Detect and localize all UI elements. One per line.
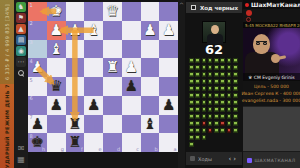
win-cell bbox=[214, 114, 219, 119]
square-d1[interactable]: ♛ bbox=[103, 2, 122, 21]
win-cell bbox=[189, 72, 194, 77]
white-bishop[interactable]: ♝ bbox=[47, 40, 66, 59]
avatar bbox=[202, 21, 226, 43]
win-cell bbox=[189, 100, 194, 105]
win-cell bbox=[220, 114, 225, 119]
win-cell bbox=[214, 100, 219, 105]
donation-line: Иван Сергеев К - 400 000 bbox=[241, 90, 300, 97]
square-a2[interactable]: ♟ bbox=[159, 21, 178, 40]
turn-indicator-bar: Ход черных bbox=[186, 2, 242, 13]
white-king[interactable]: ♚ bbox=[47, 2, 66, 21]
square-f6[interactable] bbox=[66, 96, 85, 115]
square-c1[interactable] bbox=[122, 2, 141, 21]
counter-value: 62 bbox=[185, 42, 243, 57]
win-cell bbox=[189, 58, 194, 63]
win-cell bbox=[214, 65, 219, 70]
win-cell bbox=[195, 128, 200, 133]
search-icon[interactable] bbox=[16, 68, 26, 78]
knight-icon[interactable]: ♞ bbox=[16, 2, 26, 12]
square-g5[interactable]: ♛ bbox=[47, 77, 66, 96]
channel-footer-label: ШАХМАТКАНАЛ bbox=[254, 158, 295, 163]
square-f5[interactable] bbox=[66, 77, 85, 96]
square-a7[interactable] bbox=[159, 115, 178, 134]
square-b8[interactable]: b bbox=[141, 133, 160, 152]
next-icon: › bbox=[233, 155, 238, 163]
challenge-text: УДАРНЫЙ РЕЖИМ ДЕНЬ 7 bbox=[4, 84, 10, 168]
win-cell bbox=[227, 79, 232, 84]
win-cell bbox=[189, 107, 194, 112]
square-a4[interactable] bbox=[159, 58, 178, 77]
square-h2[interactable]: 2 bbox=[28, 21, 47, 40]
win-cell bbox=[195, 93, 200, 98]
win-cell bbox=[220, 65, 225, 70]
stream-overlay: 6 335 ₽ / 4 999 835 [34%] УДАРНЫЙ РЕЖИМ … bbox=[0, 0, 300, 168]
youtube-icon[interactable] bbox=[246, 10, 252, 16]
square-e2[interactable]: ♝ bbox=[84, 21, 103, 40]
white-pawn[interactable]: ♟ bbox=[122, 58, 141, 77]
black-pawn[interactable]: ♟ bbox=[159, 96, 178, 115]
win-cell bbox=[195, 72, 200, 77]
donation-progress-banner: 6 335 ₽ / 4 999 835 [34%] bbox=[0, 0, 14, 84]
square-b6[interactable] bbox=[141, 96, 160, 115]
win-cell bbox=[189, 65, 194, 70]
square-e8[interactable]: e bbox=[84, 133, 103, 152]
white-bishop[interactable]: ♝ bbox=[84, 21, 103, 40]
square-d4[interactable]: ♜ bbox=[103, 58, 122, 77]
win-cell bbox=[208, 93, 213, 98]
square-h5[interactable]: 5 bbox=[28, 77, 47, 96]
loss-cell bbox=[208, 128, 213, 133]
win-cell bbox=[195, 121, 200, 126]
square-b2[interactable]: ♟ bbox=[141, 21, 160, 40]
square-b1[interactable] bbox=[141, 2, 160, 21]
win-cell bbox=[208, 72, 213, 77]
loss-cell bbox=[202, 121, 207, 126]
square-c6[interactable] bbox=[122, 96, 141, 115]
win-cell bbox=[220, 128, 225, 133]
win-cell bbox=[202, 65, 207, 70]
square-c7[interactable] bbox=[122, 115, 141, 134]
square-e4[interactable] bbox=[84, 58, 103, 77]
white-rook[interactable]: ♜ bbox=[103, 58, 122, 77]
streamer-caption: ♛ CM Evgeniy Grinis bbox=[243, 73, 300, 81]
square-a3[interactable] bbox=[159, 40, 178, 59]
square-g3[interactable]: ♝ bbox=[47, 40, 66, 59]
square-a5[interactable] bbox=[159, 77, 178, 96]
win-cell bbox=[208, 121, 213, 126]
chess-board[interactable]: 1♚♛2♟♟♝♟♟3♝4♟♜♟5♛♟6♟♟♟7♟♜♝8h♚gf♜edcba bbox=[28, 2, 178, 152]
win-cell bbox=[233, 79, 238, 84]
donation-progress-text: 6 335 ₽ / 4 999 835 [34%] bbox=[4, 4, 10, 80]
square-d2[interactable] bbox=[103, 21, 122, 40]
square-h3[interactable]: 3 bbox=[28, 40, 47, 59]
challenge-banner: УДАРНЫЙ РЕЖИМ ДЕНЬ 7 bbox=[0, 84, 14, 168]
win-cell bbox=[214, 58, 219, 63]
win-cell bbox=[202, 114, 207, 119]
fire-icon[interactable]: ▲ bbox=[16, 24, 26, 34]
donation-line: evangelist.nada - 300 000 bbox=[242, 97, 300, 104]
win-cell bbox=[189, 79, 194, 84]
pager[interactable]: ‹› bbox=[228, 155, 238, 163]
square-f1[interactable] bbox=[66, 2, 85, 21]
win-cell bbox=[227, 114, 232, 119]
win-cell bbox=[189, 121, 194, 126]
channel-badges bbox=[243, 9, 300, 22]
win-cell bbox=[189, 142, 194, 147]
win-cell bbox=[233, 100, 238, 105]
square-d8[interactable]: d bbox=[103, 133, 122, 152]
stream-time: 5:45 МОСКВА bbox=[245, 23, 273, 28]
win-cell bbox=[195, 65, 200, 70]
square-c4[interactable]: ♟ bbox=[122, 58, 141, 77]
chat-area[interactable] bbox=[243, 106, 300, 151]
toolbar-rail: ♞⚑▲▤◉⋯ ✉ ▦ bbox=[14, 0, 28, 168]
win-cell bbox=[202, 93, 207, 98]
win-cell bbox=[208, 107, 213, 112]
win-cell bbox=[202, 135, 207, 140]
win-cell bbox=[220, 58, 225, 63]
turn-label: Ход черных bbox=[200, 5, 238, 11]
record-icon bbox=[245, 3, 249, 7]
white-pawn[interactable]: ♟ bbox=[66, 21, 85, 40]
win-cell bbox=[227, 65, 232, 70]
win-cell bbox=[214, 107, 219, 112]
black-rook[interactable]: ♜ bbox=[66, 115, 85, 134]
square-h7[interactable]: 7♟ bbox=[28, 115, 47, 134]
book-icon[interactable]: ▤ bbox=[16, 35, 26, 45]
win-cell bbox=[214, 128, 219, 133]
black-bishop[interactable]: ♝ bbox=[141, 115, 160, 134]
square-c3[interactable] bbox=[122, 40, 141, 59]
win-cell bbox=[220, 79, 225, 84]
grid-icon[interactable]: ▦ bbox=[16, 155, 26, 165]
stream-sidebar: ШахМатКанал 5:45 МОСКВА 22 ЯНВАРЯ 2024 ♛… bbox=[243, 0, 300, 168]
win-cell bbox=[208, 114, 213, 119]
win-cell bbox=[233, 128, 238, 133]
black-pawn[interactable]: ♟ bbox=[47, 96, 66, 115]
win-cell bbox=[208, 100, 213, 105]
win-cell bbox=[208, 79, 213, 84]
collapse-icon[interactable]: ^ bbox=[179, 1, 184, 8]
square-e7[interactable] bbox=[84, 115, 103, 134]
win-cell bbox=[233, 58, 238, 63]
black-pawn[interactable]: ♟ bbox=[28, 115, 47, 134]
donation-line: Цель - 500 000 bbox=[254, 83, 289, 90]
square-f3[interactable] bbox=[66, 40, 85, 59]
win-cell bbox=[233, 121, 238, 126]
more-icon[interactable]: ⋯ bbox=[16, 57, 26, 67]
globe-icon[interactable]: ◉ bbox=[16, 46, 26, 56]
square-b5[interactable] bbox=[141, 77, 160, 96]
white-pawn[interactable]: ♟ bbox=[28, 58, 47, 77]
win-cell bbox=[208, 65, 213, 70]
square-e6[interactable]: ♟ bbox=[84, 96, 103, 115]
square-g6[interactable]: ♟ bbox=[47, 96, 66, 115]
win-cell bbox=[220, 107, 225, 112]
win-cell bbox=[202, 128, 207, 133]
win-cell bbox=[202, 79, 207, 84]
win-cell bbox=[233, 114, 238, 119]
win-cell bbox=[227, 93, 232, 98]
win-cell bbox=[220, 100, 225, 105]
win-cell bbox=[227, 100, 232, 105]
win-cell bbox=[202, 107, 207, 112]
win-cell bbox=[233, 93, 238, 98]
win-cell bbox=[189, 114, 194, 119]
square-f7[interactable]: ♜ bbox=[66, 115, 85, 134]
square-g7[interactable] bbox=[47, 115, 66, 134]
win-cell bbox=[202, 72, 207, 77]
win-cell bbox=[195, 79, 200, 84]
stream-date: 22 ЯНВАРЯ 2024 bbox=[273, 23, 300, 28]
square-e3[interactable] bbox=[84, 40, 103, 59]
square-h1[interactable]: 1 bbox=[28, 2, 47, 21]
flag-icon[interactable]: ⚑ bbox=[16, 13, 26, 23]
square-e1[interactable] bbox=[84, 2, 103, 21]
win-cell bbox=[195, 135, 200, 140]
list-icon bbox=[190, 156, 195, 161]
win-cell bbox=[208, 86, 213, 91]
win-cell bbox=[208, 58, 213, 63]
donation-list: Цель - 500 000 Иван Сергеев К - 400 000 … bbox=[243, 81, 300, 106]
white-pawn[interactable]: ♟ bbox=[159, 21, 178, 40]
square-g2[interactable]: ♟ bbox=[47, 21, 66, 40]
square-d3[interactable] bbox=[103, 40, 122, 59]
win-cell bbox=[227, 121, 232, 126]
square-b3[interactable] bbox=[141, 40, 160, 59]
loss-cell bbox=[227, 128, 232, 133]
channel-header: ШахМатКанал bbox=[243, 0, 300, 9]
square-g4[interactable] bbox=[47, 58, 66, 77]
win-cell bbox=[233, 107, 238, 112]
square-f8[interactable]: f♜ bbox=[66, 133, 85, 152]
black-rook[interactable]: ♜ bbox=[66, 133, 85, 152]
square-e5[interactable] bbox=[84, 77, 103, 96]
win-cell bbox=[202, 58, 207, 63]
square-d5[interactable] bbox=[103, 77, 122, 96]
black-pawn[interactable]: ♟ bbox=[122, 77, 141, 96]
footer-label: Ходы bbox=[198, 156, 212, 162]
win-cell bbox=[195, 100, 200, 105]
win-cell bbox=[189, 128, 194, 133]
square-f2[interactable]: ♟ bbox=[66, 21, 85, 40]
win-cell bbox=[220, 86, 225, 91]
square-h8[interactable]: 8h♚ bbox=[28, 133, 47, 152]
square-d7[interactable] bbox=[103, 115, 122, 134]
square-g1[interactable]: ♚ bbox=[47, 2, 66, 21]
win-cell bbox=[189, 86, 194, 91]
square-c5[interactable]: ♟ bbox=[122, 77, 141, 96]
win-cell bbox=[220, 93, 225, 98]
win-cell bbox=[189, 135, 194, 140]
square-f4[interactable] bbox=[66, 58, 85, 77]
square-h6[interactable]: 6 bbox=[28, 96, 47, 115]
move-stats-panel: Ход черных 62 Ходы ‹› bbox=[185, 0, 243, 168]
panel-divider bbox=[178, 0, 185, 168]
win-cell bbox=[202, 100, 207, 105]
win-cell bbox=[195, 58, 200, 63]
win-cell bbox=[214, 86, 219, 91]
win-cell bbox=[227, 72, 232, 77]
win-cell bbox=[189, 93, 194, 98]
win-cell bbox=[195, 114, 200, 119]
win-cell bbox=[214, 72, 219, 77]
win-cell bbox=[214, 93, 219, 98]
win-cell bbox=[214, 121, 219, 126]
win-cell bbox=[233, 72, 238, 77]
win-cell bbox=[233, 86, 238, 91]
win-cell bbox=[195, 86, 200, 91]
square-b7[interactable]: ♝ bbox=[141, 115, 160, 134]
win-cell bbox=[227, 107, 232, 112]
square-a8[interactable]: a bbox=[159, 133, 178, 152]
win-cell bbox=[220, 72, 225, 77]
square-c8[interactable]: c bbox=[122, 133, 141, 152]
square-a6[interactable]: ♟ bbox=[159, 96, 178, 115]
channel-footer: ШАХМАТКАНАЛ bbox=[243, 151, 300, 168]
win-cell bbox=[195, 107, 200, 112]
channel-title: ШахМатКанал bbox=[251, 1, 300, 8]
black-pawn[interactable]: ♟ bbox=[84, 96, 103, 115]
square-a1[interactable] bbox=[159, 2, 178, 21]
square-d6[interactable] bbox=[103, 96, 122, 115]
win-cell bbox=[227, 86, 232, 91]
black-king[interactable]: ♚ bbox=[28, 133, 47, 152]
white-queen[interactable]: ♛ bbox=[103, 2, 122, 21]
square-c2[interactable] bbox=[122, 21, 141, 40]
result-grid bbox=[189, 58, 241, 149]
win-cell bbox=[202, 86, 207, 91]
square-h4[interactable]: 4♟ bbox=[28, 58, 47, 77]
black-queen[interactable]: ♛ bbox=[47, 77, 66, 96]
white-pawn[interactable]: ♟ bbox=[141, 21, 160, 40]
win-cell bbox=[233, 65, 238, 70]
square-b4[interactable] bbox=[141, 58, 160, 77]
turn-checkbox[interactable] bbox=[191, 5, 196, 10]
twitch-icon bbox=[247, 158, 252, 163]
white-pawn[interactable]: ♟ bbox=[47, 21, 66, 40]
square-g8[interactable]: g bbox=[47, 133, 66, 152]
win-cell bbox=[227, 58, 232, 63]
win-cell bbox=[214, 79, 219, 84]
mail-icon[interactable]: ✉ bbox=[16, 144, 26, 154]
loss-cell bbox=[220, 121, 225, 126]
move-panel-footer: Ходы ‹› bbox=[186, 152, 242, 165]
